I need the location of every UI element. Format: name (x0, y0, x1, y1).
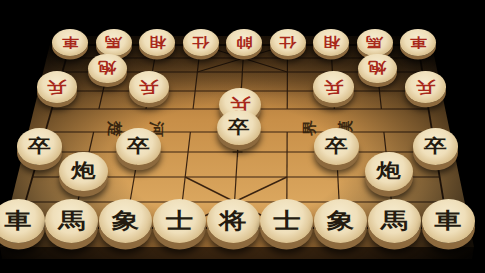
piece-black-horse-f7r9[interactable]: 馬 (368, 199, 421, 243)
piece-red-chariot-f8r0[interactable]: 車 (400, 29, 436, 56)
piece-black-soldier-f2r6[interactable]: 卒 (116, 128, 162, 165)
black-piece-character: 卒 (424, 137, 447, 155)
piece-black-advisor-f5r9[interactable]: 士 (260, 199, 313, 243)
piece-black-advisor-f3r9[interactable]: 士 (153, 199, 206, 243)
red-piece-character: 炮 (98, 61, 116, 76)
black-piece-character: 卒 (325, 137, 348, 155)
piece-red-chariot-f0r0[interactable]: 車 (52, 29, 88, 56)
piece-red-soldier-f2r3[interactable]: 兵 (129, 71, 169, 102)
red-piece-character: 兵 (47, 79, 66, 95)
piece-black-soldier-f6r6[interactable]: 卒 (314, 128, 360, 165)
red-piece-character: 車 (62, 35, 79, 48)
black-piece-character: 車 (4, 210, 31, 232)
piece-black-cannon-f7r7[interactable]: 炮 (365, 152, 413, 191)
red-piece-character: 馬 (105, 35, 122, 48)
black-piece-character: 卒 (28, 137, 51, 155)
red-piece-character: 炮 (368, 61, 386, 76)
red-piece-character: 帥 (236, 35, 253, 48)
black-piece-character: 象 (327, 210, 354, 232)
black-piece-character: 馬 (58, 210, 85, 232)
black-piece-character: 士 (166, 210, 193, 232)
piece-red-advisor-f3r0[interactable]: 仕 (183, 29, 219, 56)
red-piece-character: 仕 (279, 35, 296, 48)
red-piece-character: 馬 (366, 35, 383, 48)
red-piece-character: 相 (323, 35, 340, 48)
piece-red-horse-f7r0[interactable]: 馬 (357, 29, 393, 56)
piece-red-cannon-f1r2[interactable]: 炮 (88, 54, 127, 84)
piece-red-elephant-f6r0[interactable]: 相 (313, 29, 349, 56)
piece-black-horse-f1r9[interactable]: 馬 (45, 199, 98, 243)
red-piece-character: 兵 (416, 79, 435, 95)
red-piece-character: 兵 (139, 79, 158, 95)
piece-black-soldier-f4r5[interactable]: 卒 (217, 110, 261, 145)
pieces-layer: 車馬相仕帥仕相馬車炮炮兵兵兵兵兵卒卒卒卒卒炮炮車馬象士将士象馬車 (0, 0, 485, 273)
piece-black-chariot-f8r9[interactable]: 車 (422, 199, 475, 243)
piece-red-soldier-f6r3[interactable]: 兵 (313, 71, 353, 102)
red-piece-character: 車 (410, 35, 427, 48)
piece-black-soldier-f0r6[interactable]: 卒 (17, 128, 63, 165)
piece-black-elephant-f6r9[interactable]: 象 (314, 199, 367, 243)
black-piece-character: 車 (434, 210, 461, 232)
black-piece-character: 将 (219, 210, 246, 232)
black-piece-character: 馬 (381, 210, 408, 232)
black-piece-character: 象 (112, 210, 139, 232)
piece-black-soldier-f8r6[interactable]: 卒 (413, 128, 459, 165)
piece-red-cannon-f7r2[interactable]: 炮 (358, 54, 397, 84)
piece-red-advisor-f5r0[interactable]: 仕 (270, 29, 306, 56)
piece-red-general-f4r0[interactable]: 帥 (226, 29, 262, 56)
black-piece-character: 卒 (127, 137, 150, 155)
photo-stage: 車馬相仕帥仕相馬車炮炮兵兵兵兵兵卒卒卒卒卒炮炮車馬象士将士象馬車 楚河 界漢 (0, 0, 485, 273)
piece-black-general-f4r9[interactable]: 将 (207, 199, 260, 243)
piece-red-elephant-f2r0[interactable]: 相 (139, 29, 175, 56)
piece-red-horse-f1r0[interactable]: 馬 (96, 29, 132, 56)
piece-red-soldier-f0r3[interactable]: 兵 (37, 71, 77, 102)
red-piece-character: 兵 (324, 79, 343, 95)
black-piece-character: 士 (273, 210, 300, 232)
piece-black-chariot-f0r9[interactable]: 車 (0, 199, 45, 243)
piece-red-soldier-f8r3[interactable]: 兵 (405, 71, 445, 102)
piece-black-cannon-f1r7[interactable]: 炮 (59, 152, 107, 191)
black-piece-character: 炮 (377, 161, 401, 180)
black-piece-character: 卒 (228, 118, 250, 135)
red-piece-character: 仕 (192, 35, 209, 48)
red-piece-character: 相 (149, 35, 166, 48)
black-piece-character: 炮 (71, 161, 95, 180)
piece-black-elephant-f2r9[interactable]: 象 (99, 199, 152, 243)
